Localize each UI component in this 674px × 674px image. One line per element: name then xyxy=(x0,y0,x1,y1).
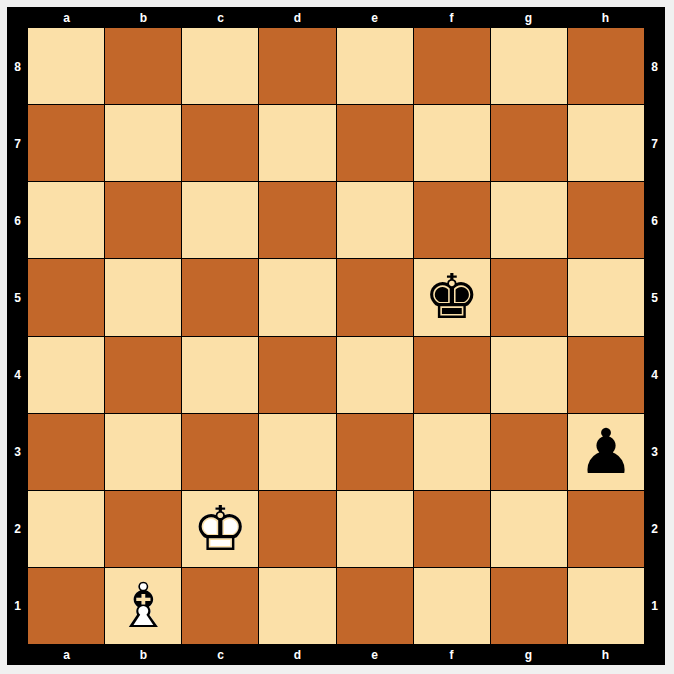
square-d5[interactable] xyxy=(259,259,335,335)
square-a6[interactable] xyxy=(28,182,104,258)
square-e4[interactable] xyxy=(337,337,413,413)
square-g3[interactable] xyxy=(491,414,567,490)
square-a3[interactable] xyxy=(28,414,104,490)
file-label-top-h: h xyxy=(567,7,644,28)
square-h5[interactable] xyxy=(568,259,644,335)
square-g5[interactable] xyxy=(491,259,567,335)
square-c5[interactable] xyxy=(182,259,258,335)
square-b1[interactable]: ♝♗ xyxy=(105,568,181,644)
square-a2[interactable] xyxy=(28,491,104,567)
white-king-piece: ♚♔ xyxy=(182,491,258,567)
square-h2[interactable] xyxy=(568,491,644,567)
rank-label-left-1: 1 xyxy=(7,567,28,644)
square-c2[interactable]: ♚♔ xyxy=(182,491,258,567)
square-d8[interactable] xyxy=(259,28,335,104)
square-d3[interactable] xyxy=(259,414,335,490)
square-d2[interactable] xyxy=(259,491,335,567)
square-e1[interactable] xyxy=(337,568,413,644)
rank-label-right-4: 4 xyxy=(644,336,665,413)
rank-label-left-3: 3 xyxy=(7,413,28,490)
square-h3[interactable]: ♟ xyxy=(568,414,644,490)
white-king-glyph: ♔ xyxy=(193,498,249,560)
square-f2[interactable] xyxy=(414,491,490,567)
white-bishop-glyph: ♗ xyxy=(115,575,171,637)
file-label-bottom-c: c xyxy=(182,644,259,665)
square-e8[interactable] xyxy=(337,28,413,104)
board-frame: abcdefgh 87654321 ♚♟♚♔♝♗ 87654321 abcdef… xyxy=(7,7,665,665)
square-h8[interactable] xyxy=(568,28,644,104)
square-b7[interactable] xyxy=(105,105,181,181)
rank-label-right-5: 5 xyxy=(644,259,665,336)
square-e2[interactable] xyxy=(337,491,413,567)
square-e3[interactable] xyxy=(337,414,413,490)
square-d1[interactable] xyxy=(259,568,335,644)
square-h4[interactable] xyxy=(568,337,644,413)
rank-label-left-4: 4 xyxy=(7,336,28,413)
square-f3[interactable] xyxy=(414,414,490,490)
square-d7[interactable] xyxy=(259,105,335,181)
black-king-glyph: ♚ xyxy=(424,266,480,328)
file-label-bottom-b: b xyxy=(105,644,182,665)
square-f6[interactable] xyxy=(414,182,490,258)
square-e6[interactable] xyxy=(337,182,413,258)
black-pawn-glyph: ♟ xyxy=(578,421,634,483)
file-label-top-c: c xyxy=(182,7,259,28)
file-label-top-e: e xyxy=(336,7,413,28)
rank-label-right-6: 6 xyxy=(644,182,665,259)
square-c6[interactable] xyxy=(182,182,258,258)
rank-label-left-5: 5 xyxy=(7,259,28,336)
square-c7[interactable] xyxy=(182,105,258,181)
square-h1[interactable] xyxy=(568,568,644,644)
square-g2[interactable] xyxy=(491,491,567,567)
file-labels-bottom: abcdefgh xyxy=(28,644,644,665)
square-e7[interactable] xyxy=(337,105,413,181)
square-b2[interactable] xyxy=(105,491,181,567)
square-b3[interactable] xyxy=(105,414,181,490)
square-a4[interactable] xyxy=(28,337,104,413)
file-label-bottom-e: e xyxy=(336,644,413,665)
black-pawn-piece: ♟ xyxy=(568,414,644,490)
square-h6[interactable] xyxy=(568,182,644,258)
file-labels-top: abcdefgh xyxy=(28,7,644,28)
square-f8[interactable] xyxy=(414,28,490,104)
square-g8[interactable] xyxy=(491,28,567,104)
square-c4[interactable] xyxy=(182,337,258,413)
square-c8[interactable] xyxy=(182,28,258,104)
file-label-top-b: b xyxy=(105,7,182,28)
square-a7[interactable] xyxy=(28,105,104,181)
chess-board: ♚♟♚♔♝♗ xyxy=(28,28,644,644)
square-g7[interactable] xyxy=(491,105,567,181)
square-g1[interactable] xyxy=(491,568,567,644)
rank-labels-left: 87654321 xyxy=(7,28,28,644)
white-bishop-piece: ♝♗ xyxy=(105,568,181,644)
rank-label-left-6: 6 xyxy=(7,182,28,259)
square-f7[interactable] xyxy=(414,105,490,181)
rank-label-left-7: 7 xyxy=(7,105,28,182)
black-king-piece: ♚ xyxy=(414,259,490,335)
file-label-bottom-f: f xyxy=(413,644,490,665)
square-g4[interactable] xyxy=(491,337,567,413)
square-a5[interactable] xyxy=(28,259,104,335)
square-f1[interactable] xyxy=(414,568,490,644)
rank-label-left-8: 8 xyxy=(7,28,28,105)
file-label-top-d: d xyxy=(259,7,336,28)
rank-label-right-3: 3 xyxy=(644,413,665,490)
rank-label-right-8: 8 xyxy=(644,28,665,105)
square-a8[interactable] xyxy=(28,28,104,104)
square-b5[interactable] xyxy=(105,259,181,335)
square-c3[interactable] xyxy=(182,414,258,490)
file-label-top-g: g xyxy=(490,7,567,28)
square-a1[interactable] xyxy=(28,568,104,644)
square-h7[interactable] xyxy=(568,105,644,181)
file-label-bottom-d: d xyxy=(259,644,336,665)
rank-label-left-2: 2 xyxy=(7,490,28,567)
square-b8[interactable] xyxy=(105,28,181,104)
file-label-bottom-a: a xyxy=(28,644,105,665)
square-c1[interactable] xyxy=(182,568,258,644)
file-label-top-f: f xyxy=(413,7,490,28)
square-e5[interactable] xyxy=(337,259,413,335)
square-f5[interactable]: ♚ xyxy=(414,259,490,335)
file-label-bottom-g: g xyxy=(490,644,567,665)
square-b6[interactable] xyxy=(105,182,181,258)
square-g6[interactable] xyxy=(491,182,567,258)
file-label-bottom-h: h xyxy=(567,644,644,665)
square-d6[interactable] xyxy=(259,182,335,258)
rank-label-right-1: 1 xyxy=(644,567,665,644)
square-b4[interactable] xyxy=(105,337,181,413)
file-label-top-a: a xyxy=(28,7,105,28)
rank-labels-right: 87654321 xyxy=(644,28,665,644)
square-d4[interactable] xyxy=(259,337,335,413)
rank-label-right-2: 2 xyxy=(644,490,665,567)
square-f4[interactable] xyxy=(414,337,490,413)
rank-label-right-7: 7 xyxy=(644,105,665,182)
